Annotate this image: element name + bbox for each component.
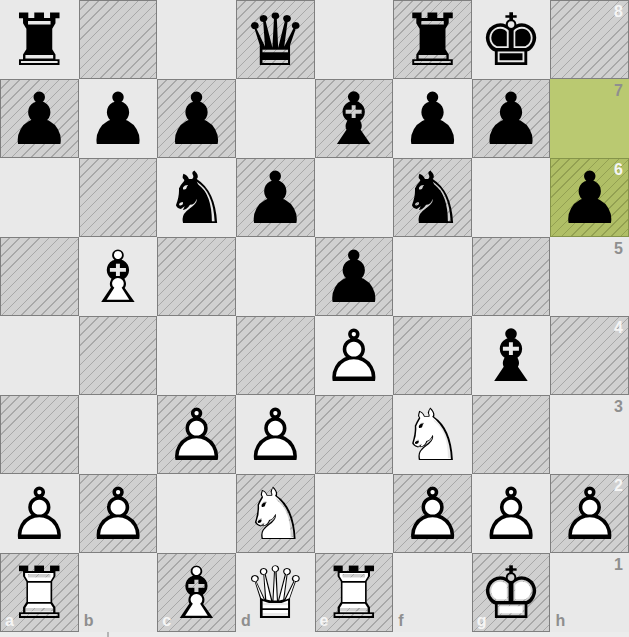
square-e3[interactable] bbox=[315, 395, 394, 474]
white-knight-piece[interactable]: ♞♘ bbox=[393, 395, 472, 474]
square-g6[interactable] bbox=[472, 158, 551, 237]
window-bottom-edge bbox=[0, 632, 629, 637]
white-knight-piece[interactable]: ♞♘ bbox=[236, 474, 315, 553]
square-a3[interactable] bbox=[0, 395, 79, 474]
square-b5[interactable]: ♝♗ bbox=[79, 237, 158, 316]
chess-board: ♜♛♜♚8♟♟♟♝♟♟7♞♟♞♟6♝♗♟5♟♙♝4♟♙♟♙♞♘3♟♙♟♙♞♘♟♙… bbox=[0, 0, 629, 632]
white-pawn-piece[interactable]: ♟♙ bbox=[472, 474, 551, 553]
square-h4[interactable]: 4 bbox=[550, 316, 629, 395]
square-c2[interactable] bbox=[157, 474, 236, 553]
square-c5[interactable] bbox=[157, 237, 236, 316]
square-f3[interactable]: ♞♘ bbox=[393, 395, 472, 474]
square-b8[interactable] bbox=[79, 0, 158, 79]
square-c8[interactable] bbox=[157, 0, 236, 79]
square-d8[interactable]: ♛ bbox=[236, 0, 315, 79]
square-g5[interactable] bbox=[472, 237, 551, 316]
square-a6[interactable] bbox=[0, 158, 79, 237]
black-pawn-piece[interactable]: ♟ bbox=[472, 79, 551, 158]
square-c4[interactable] bbox=[157, 316, 236, 395]
rank-label-7: 7 bbox=[614, 83, 623, 99]
square-g4[interactable]: ♝ bbox=[472, 316, 551, 395]
rank-label-1: 1 bbox=[614, 557, 623, 573]
file-label-b: b bbox=[84, 613, 94, 629]
white-pawn-piece[interactable]: ♟♙ bbox=[393, 474, 472, 553]
square-d4[interactable] bbox=[236, 316, 315, 395]
black-pawn-piece[interactable]: ♟ bbox=[79, 79, 158, 158]
square-c1[interactable]: ♝♗c bbox=[157, 553, 236, 632]
black-king-piece[interactable]: ♚ bbox=[472, 0, 551, 79]
square-d6[interactable]: ♟ bbox=[236, 158, 315, 237]
square-c6[interactable]: ♞ bbox=[157, 158, 236, 237]
white-pawn-piece[interactable]: ♟♙ bbox=[550, 474, 629, 553]
square-a5[interactable] bbox=[0, 237, 79, 316]
square-f8[interactable]: ♜ bbox=[393, 0, 472, 79]
square-a1[interactable]: ♜♖a bbox=[0, 553, 79, 632]
white-queen-piece[interactable]: ♛♕ bbox=[236, 553, 315, 632]
black-bishop-piece[interactable]: ♝ bbox=[472, 316, 551, 395]
square-b7[interactable]: ♟ bbox=[79, 79, 158, 158]
white-rook-piece[interactable]: ♜♖ bbox=[315, 553, 394, 632]
square-g7[interactable]: ♟ bbox=[472, 79, 551, 158]
square-a2[interactable]: ♟♙ bbox=[0, 474, 79, 553]
black-rook-piece[interactable]: ♜ bbox=[0, 0, 79, 79]
black-pawn-piece[interactable]: ♟ bbox=[236, 158, 315, 237]
white-rook-piece[interactable]: ♜♖ bbox=[0, 553, 79, 632]
square-e2[interactable] bbox=[315, 474, 394, 553]
white-pawn-piece[interactable]: ♟♙ bbox=[236, 395, 315, 474]
square-d3[interactable]: ♟♙ bbox=[236, 395, 315, 474]
square-d5[interactable] bbox=[236, 237, 315, 316]
square-h8[interactable]: 8 bbox=[550, 0, 629, 79]
rank-label-5: 5 bbox=[614, 241, 623, 257]
rank-label-8: 8 bbox=[614, 4, 623, 20]
black-rook-piece[interactable]: ♜ bbox=[393, 0, 472, 79]
square-e1[interactable]: ♜♖e bbox=[315, 553, 394, 632]
square-e7[interactable]: ♝ bbox=[315, 79, 394, 158]
square-h3[interactable]: 3 bbox=[550, 395, 629, 474]
white-king-piece[interactable]: ♚♔ bbox=[472, 553, 551, 632]
rank-label-3: 3 bbox=[614, 399, 623, 415]
square-d1[interactable]: ♛♕d bbox=[236, 553, 315, 632]
black-bishop-piece[interactable]: ♝ bbox=[315, 79, 394, 158]
square-c3[interactable]: ♟♙ bbox=[157, 395, 236, 474]
square-h1[interactable]: 1h bbox=[550, 553, 629, 632]
square-e5[interactable]: ♟ bbox=[315, 237, 394, 316]
square-f2[interactable]: ♟♙ bbox=[393, 474, 472, 553]
file-label-f: f bbox=[398, 613, 403, 629]
square-a7[interactable]: ♟ bbox=[0, 79, 79, 158]
square-f5[interactable] bbox=[393, 237, 472, 316]
square-a8[interactable]: ♜ bbox=[0, 0, 79, 79]
white-bishop-piece[interactable]: ♝♗ bbox=[157, 553, 236, 632]
square-g8[interactable]: ♚ bbox=[472, 0, 551, 79]
square-h2[interactable]: ♟♙2 bbox=[550, 474, 629, 553]
square-d7[interactable] bbox=[236, 79, 315, 158]
square-a4[interactable] bbox=[0, 316, 79, 395]
black-pawn-piece[interactable]: ♟ bbox=[393, 79, 472, 158]
square-h6[interactable]: ♟6 bbox=[550, 158, 629, 237]
square-g1[interactable]: ♚♔g bbox=[472, 553, 551, 632]
black-pawn-piece[interactable]: ♟ bbox=[315, 237, 394, 316]
square-b6[interactable] bbox=[79, 158, 158, 237]
black-knight-piece[interactable]: ♞ bbox=[393, 158, 472, 237]
square-b3[interactable] bbox=[79, 395, 158, 474]
square-h5[interactable]: 5 bbox=[550, 237, 629, 316]
square-e6[interactable] bbox=[315, 158, 394, 237]
square-f6[interactable]: ♞ bbox=[393, 158, 472, 237]
square-g2[interactable]: ♟♙ bbox=[472, 474, 551, 553]
square-e4[interactable]: ♟♙ bbox=[315, 316, 394, 395]
square-d2[interactable]: ♞♘ bbox=[236, 474, 315, 553]
rank-label-4: 4 bbox=[614, 320, 623, 336]
square-h7[interactable]: 7 bbox=[550, 79, 629, 158]
square-b1[interactable]: b bbox=[79, 553, 158, 632]
square-b2[interactable]: ♟♙ bbox=[79, 474, 158, 553]
square-g3[interactable] bbox=[472, 395, 551, 474]
white-pawn-piece[interactable]: ♟♙ bbox=[79, 474, 158, 553]
white-pawn-piece[interactable]: ♟♙ bbox=[315, 316, 394, 395]
white-bishop-piece[interactable]: ♝♗ bbox=[79, 237, 158, 316]
file-label-h: h bbox=[555, 613, 565, 629]
black-pawn-piece[interactable]: ♟ bbox=[157, 79, 236, 158]
white-pawn-piece[interactable]: ♟♙ bbox=[0, 474, 79, 553]
black-queen-piece[interactable]: ♛ bbox=[236, 0, 315, 79]
black-knight-piece[interactable]: ♞ bbox=[157, 158, 236, 237]
square-e8[interactable] bbox=[315, 0, 394, 79]
square-f4[interactable] bbox=[393, 316, 472, 395]
scrollbar-tick bbox=[107, 632, 109, 637]
black-pawn-piece[interactable]: ♟ bbox=[0, 79, 79, 158]
black-pawn-piece[interactable]: ♟ bbox=[550, 158, 629, 237]
chess-app-window: ♜♛♜♚8♟♟♟♝♟♟7♞♟♞♟6♝♗♟5♟♙♝4♟♙♟♙♞♘3♟♙♟♙♞♘♟♙… bbox=[0, 0, 629, 637]
square-f1[interactable]: f bbox=[393, 553, 472, 632]
square-f7[interactable]: ♟ bbox=[393, 79, 472, 158]
square-c7[interactable]: ♟ bbox=[157, 79, 236, 158]
white-pawn-piece[interactable]: ♟♙ bbox=[157, 395, 236, 474]
square-b4[interactable] bbox=[79, 316, 158, 395]
